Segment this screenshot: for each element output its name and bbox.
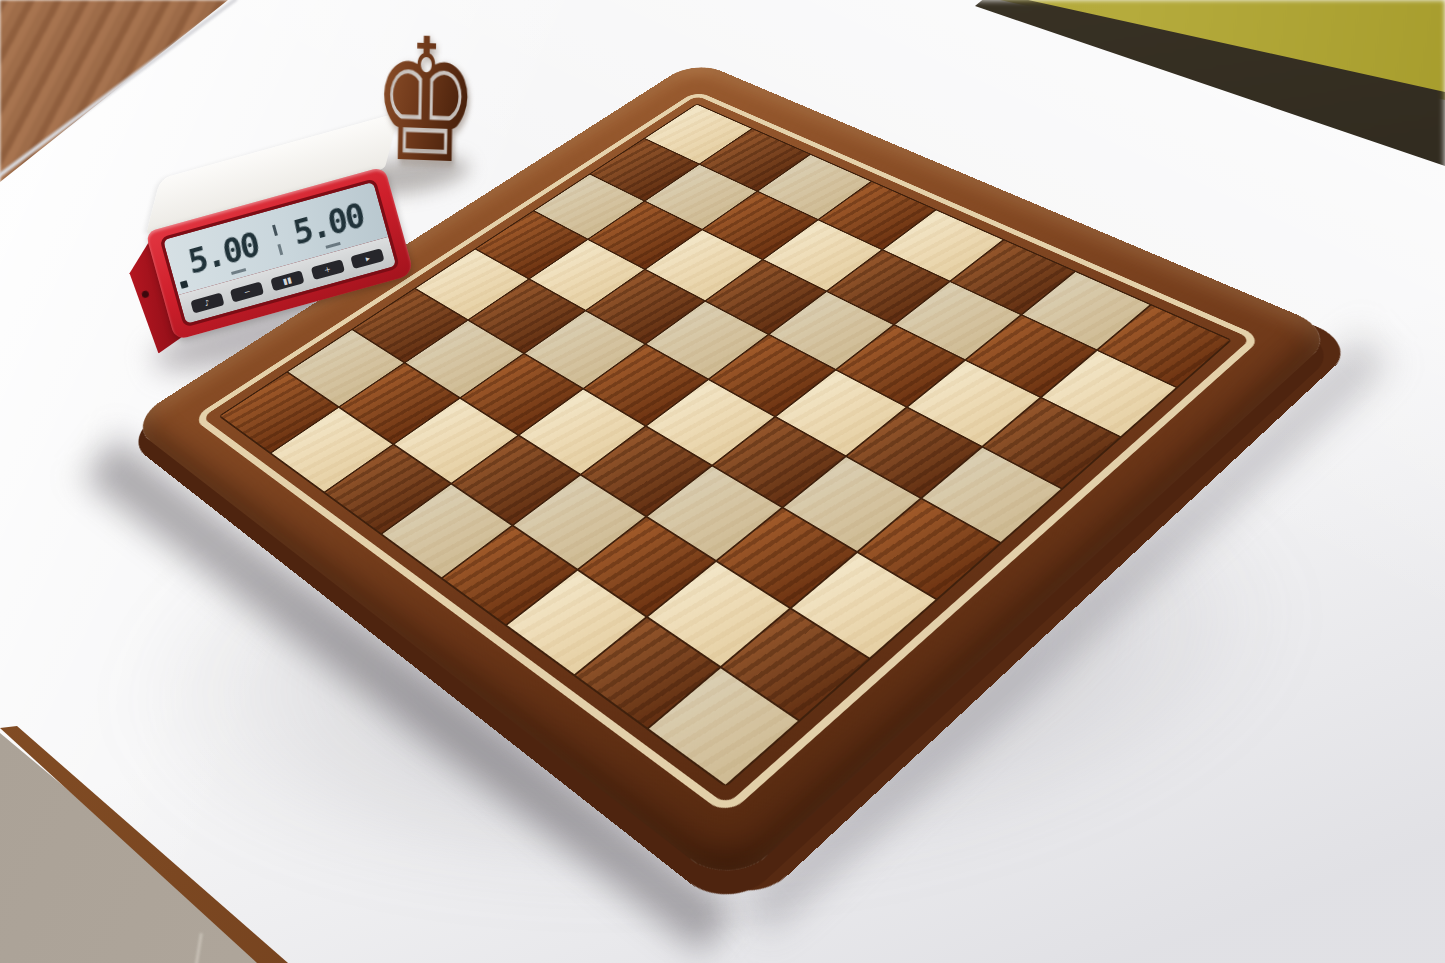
clock-button-mode[interactable]: ▸ [350,248,384,269]
clock-button-minus[interactable]: − [230,281,264,302]
chess-clock: 5.00 5.00 ♪−▮▮+▸ [140,165,470,400]
clock-button-plus[interactable]: + [310,259,344,280]
scene: 5.00 5.00 ♪−▮▮+▸ ♚ [0,0,1445,963]
black-king-piece: ♚ [371,14,481,188]
clock-button-play-pause[interactable]: ▮▮ [270,270,304,291]
clock-button-sound[interactable]: ♪ [190,292,224,313]
